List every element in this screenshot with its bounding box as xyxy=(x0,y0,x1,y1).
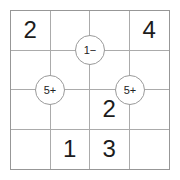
cell-r4c2[interactable]: 1 xyxy=(51,130,91,170)
cell-r4c4[interactable] xyxy=(130,130,170,170)
mathrax-puzzle: 2 4 2 1 3 1− 5+ 5+ xyxy=(0,0,180,180)
mathrax-board: 2 4 2 1 3 xyxy=(10,10,170,170)
clue-circle-5-plus-right: 5+ xyxy=(115,75,145,105)
cell-r4c3[interactable]: 3 xyxy=(90,130,130,170)
clue-label: 5+ xyxy=(124,84,137,96)
clue-label: 1− xyxy=(84,44,97,56)
cell-r1c1[interactable]: 2 xyxy=(11,11,51,51)
clue-circle-1-minus: 1− xyxy=(75,35,105,65)
clue-circle-5-plus-left: 5+ xyxy=(35,75,65,105)
cell-r4c1[interactable] xyxy=(11,130,51,170)
clue-label: 5+ xyxy=(44,84,57,96)
cell-r1c4[interactable]: 4 xyxy=(130,11,170,51)
